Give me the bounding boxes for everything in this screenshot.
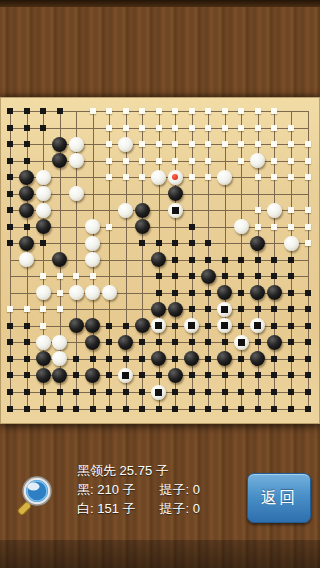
black-territory-mark (189, 389, 195, 395)
black-territory-mark (7, 323, 13, 329)
dead-white-stone[interactable] (217, 302, 232, 317)
black-territory-mark (288, 339, 294, 345)
black-territory-mark (238, 356, 244, 362)
white-territory-mark (189, 174, 195, 180)
black-territory-mark (24, 141, 30, 147)
white-stone[interactable] (69, 186, 84, 201)
black-territory-mark (222, 406, 228, 412)
black-territory-mark (238, 372, 244, 378)
black-stone[interactable] (19, 203, 34, 218)
black-territory-mark (305, 372, 311, 378)
black-stone[interactable] (19, 236, 34, 251)
white-score: 白: 151 子 (77, 501, 136, 516)
black-territory-mark (305, 406, 311, 412)
black-territory-mark (139, 389, 145, 395)
dead-stone-marker (221, 306, 228, 313)
black-territory-mark (189, 290, 195, 296)
black-territory-mark (106, 406, 112, 412)
black-territory-mark (156, 406, 162, 412)
dead-white-stone[interactable] (151, 385, 166, 400)
dead-white-stone[interactable] (234, 335, 249, 350)
white-territory-mark (172, 125, 178, 131)
black-stone[interactable] (151, 351, 166, 366)
black-territory-mark (222, 257, 228, 263)
black-territory-mark (7, 406, 13, 412)
dead-white-stone[interactable] (184, 318, 199, 333)
white-captures: 提子: 0 (160, 499, 200, 518)
black-territory-mark (205, 339, 211, 345)
white-stone[interactable] (85, 252, 100, 267)
black-territory-mark (189, 224, 195, 230)
white-territory-mark (106, 224, 112, 230)
black-stone[interactable] (217, 351, 232, 366)
white-territory-mark (57, 290, 63, 296)
white-stone[interactable] (85, 236, 100, 251)
black-stone[interactable] (135, 219, 150, 234)
black-territory-mark (288, 406, 294, 412)
white-territory-mark (40, 273, 46, 279)
black-territory-mark (205, 290, 211, 296)
white-territory-mark (305, 240, 311, 246)
white-stone[interactable] (118, 137, 133, 152)
black-territory-mark (139, 406, 145, 412)
black-territory-mark (156, 240, 162, 246)
dead-stone-marker (238, 339, 245, 346)
white-territory-mark (205, 141, 211, 147)
black-territory-mark (288, 323, 294, 329)
white-territory-mark (288, 207, 294, 213)
black-territory-mark (106, 356, 112, 362)
black-territory-mark (205, 257, 211, 263)
white-territory-mark (172, 158, 178, 164)
white-stone[interactable] (36, 186, 51, 201)
black-stone[interactable] (135, 318, 150, 333)
black-territory-mark (222, 273, 228, 279)
white-stone[interactable] (69, 137, 84, 152)
black-territory-mark (205, 389, 211, 395)
last-move-marker (172, 174, 178, 180)
black-stone[interactable] (267, 285, 282, 300)
black-territory-mark (305, 356, 311, 362)
black-territory-mark (7, 207, 13, 213)
black-territory-mark (40, 406, 46, 412)
black-territory-mark (255, 339, 261, 345)
black-territory-mark (205, 323, 211, 329)
black-stone[interactable] (19, 186, 34, 201)
black-territory-mark (24, 372, 30, 378)
black-stone[interactable] (85, 368, 100, 383)
black-territory-mark (288, 290, 294, 296)
black-territory-mark (40, 108, 46, 114)
white-territory-mark (57, 273, 63, 279)
black-stone[interactable] (267, 335, 282, 350)
white-territory-mark (271, 125, 277, 131)
black-territory-mark (24, 406, 30, 412)
black-territory-mark (271, 257, 277, 263)
white-stone[interactable] (168, 170, 183, 185)
black-territory-mark (271, 389, 277, 395)
grid-line (308, 111, 309, 409)
black-territory-mark (238, 306, 244, 312)
black-territory-mark (90, 356, 96, 362)
white-territory-mark (156, 108, 162, 114)
black-territory-mark (24, 323, 30, 329)
white-territory-mark (73, 273, 79, 279)
score-summary: 黑领先 25.75 子 黑: 210 子提子: 0 白: 151 子提子: 0 (77, 461, 200, 518)
dead-stone-marker (172, 207, 179, 214)
black-territory-mark (189, 273, 195, 279)
white-stone[interactable] (85, 285, 100, 300)
black-territory-mark (24, 389, 30, 395)
white-territory-mark (189, 108, 195, 114)
dead-white-stone[interactable] (151, 318, 166, 333)
black-stone[interactable] (151, 252, 166, 267)
black-stone[interactable] (85, 335, 100, 350)
black-territory-mark (73, 372, 79, 378)
black-territory-mark (205, 372, 211, 378)
black-territory-mark (255, 372, 261, 378)
black-territory-mark (106, 372, 112, 378)
white-territory-mark (238, 108, 244, 114)
black-territory-mark (40, 240, 46, 246)
white-territory-mark (305, 158, 311, 164)
back-button[interactable]: 返回 (247, 473, 311, 523)
black-territory-mark (205, 240, 211, 246)
black-territory-mark (271, 273, 277, 279)
black-territory-mark (288, 257, 294, 263)
black-territory-mark (73, 406, 79, 412)
white-territory-mark (106, 174, 112, 180)
black-territory-mark (73, 356, 79, 362)
white-territory-mark (123, 125, 129, 131)
black-territory-mark (172, 389, 178, 395)
magnifier-icon (14, 472, 54, 520)
black-territory-mark (24, 224, 30, 230)
black-territory-mark (106, 323, 112, 329)
black-stone[interactable] (36, 351, 51, 366)
black-territory-mark (7, 240, 13, 246)
white-territory-mark (106, 108, 112, 114)
black-territory-mark (7, 339, 13, 345)
white-stone[interactable] (217, 170, 232, 185)
white-stone[interactable] (102, 285, 117, 300)
black-territory-mark (7, 191, 13, 197)
dead-stone-marker (155, 389, 162, 396)
dead-white-stone[interactable] (168, 203, 183, 218)
dead-stone-marker (188, 322, 195, 329)
white-territory-mark (189, 125, 195, 131)
black-territory-mark (271, 372, 277, 378)
black-territory-mark (90, 406, 96, 412)
white-stone[interactable] (36, 203, 51, 218)
black-territory-mark (255, 389, 261, 395)
white-territory-mark (24, 306, 30, 312)
white-territory-mark (106, 158, 112, 164)
white-territory-mark (288, 125, 294, 131)
white-territory-mark (288, 141, 294, 147)
white-territory-mark (305, 224, 311, 230)
dead-stone-marker (221, 322, 228, 329)
white-territory-mark (271, 174, 277, 180)
black-territory-mark (172, 323, 178, 329)
white-territory-mark (205, 174, 211, 180)
white-territory-mark (90, 273, 96, 279)
white-stone[interactable] (19, 252, 34, 267)
black-territory-mark (139, 372, 145, 378)
black-territory-mark (7, 158, 13, 164)
black-stone[interactable] (250, 351, 265, 366)
white-territory-mark (205, 108, 211, 114)
black-territory-mark (156, 273, 162, 279)
white-territory-mark (255, 174, 261, 180)
white-stone[interactable] (52, 335, 67, 350)
black-territory-mark (271, 323, 277, 329)
black-territory-mark (205, 356, 211, 362)
white-territory-mark (305, 141, 311, 147)
black-territory-mark (305, 323, 311, 329)
black-territory-mark (7, 356, 13, 362)
dead-white-stone[interactable] (250, 318, 265, 333)
black-stone[interactable] (201, 269, 216, 284)
white-territory-mark (123, 158, 129, 164)
black-territory-mark (7, 174, 13, 180)
white-territory-mark (238, 158, 244, 164)
dead-stone-marker (122, 372, 129, 379)
white-territory-mark (172, 108, 178, 114)
white-territory-mark (40, 323, 46, 329)
black-territory-mark (7, 372, 13, 378)
black-territory-mark (7, 389, 13, 395)
black-stone[interactable] (52, 252, 67, 267)
black-territory-mark (123, 406, 129, 412)
black-stone[interactable] (19, 170, 34, 185)
black-stone[interactable] (118, 335, 133, 350)
lead-text: 黑领先 25.75 子 (77, 461, 200, 480)
black-territory-mark (189, 372, 195, 378)
white-territory-mark (139, 141, 145, 147)
white-territory-mark (156, 158, 162, 164)
white-territory-mark (238, 141, 244, 147)
white-stone[interactable] (36, 285, 51, 300)
white-territory-mark (90, 108, 96, 114)
black-territory-mark (172, 257, 178, 263)
white-territory-mark (288, 174, 294, 180)
white-territory-mark (238, 125, 244, 131)
white-stone[interactable] (69, 285, 84, 300)
white-territory-mark (255, 224, 261, 230)
black-territory-mark (7, 125, 13, 131)
black-territory-mark (238, 323, 244, 329)
black-stone[interactable] (184, 351, 199, 366)
screen-bottom-edge (0, 540, 320, 568)
black-territory-mark (255, 257, 261, 263)
black-territory-mark (57, 406, 63, 412)
black-territory-mark (40, 389, 46, 395)
white-territory-mark (156, 125, 162, 131)
black-territory-mark (7, 141, 13, 147)
white-territory-mark (139, 174, 145, 180)
black-territory-mark (90, 389, 96, 395)
white-territory-mark (305, 174, 311, 180)
black-territory-mark (57, 389, 63, 395)
black-stone[interactable] (151, 302, 166, 317)
black-territory-mark (24, 108, 30, 114)
dead-white-stone[interactable] (118, 368, 133, 383)
black-territory-mark (238, 389, 244, 395)
white-territory-mark (288, 224, 294, 230)
black-territory-mark (189, 406, 195, 412)
black-captures: 提子: 0 (160, 480, 200, 499)
black-stone[interactable] (52, 368, 67, 383)
black-score: 黑: 210 子 (77, 482, 136, 497)
black-territory-mark (106, 389, 112, 395)
black-territory-mark (156, 372, 162, 378)
black-territory-mark (255, 406, 261, 412)
black-territory-mark (139, 339, 145, 345)
black-territory-mark (238, 406, 244, 412)
black-territory-mark (106, 339, 112, 345)
black-territory-mark (40, 125, 46, 131)
black-territory-mark (288, 273, 294, 279)
white-territory-mark (255, 141, 261, 147)
white-territory-mark (123, 174, 129, 180)
white-territory-mark (222, 125, 228, 131)
black-stone[interactable] (135, 203, 150, 218)
black-territory-mark (139, 356, 145, 362)
black-stone[interactable] (52, 137, 67, 152)
go-board[interactable] (0, 97, 320, 424)
black-territory-mark (238, 290, 244, 296)
screen-top-edge (0, 0, 320, 7)
white-territory-mark (222, 108, 228, 114)
black-territory-mark (123, 389, 129, 395)
black-territory-mark (172, 273, 178, 279)
black-territory-mark (305, 306, 311, 312)
black-territory-mark (156, 290, 162, 296)
white-stone[interactable] (250, 153, 265, 168)
white-stone[interactable] (36, 335, 51, 350)
black-territory-mark (288, 356, 294, 362)
black-territory-mark (172, 339, 178, 345)
white-territory-mark (106, 125, 112, 131)
black-territory-mark (156, 339, 162, 345)
white-territory-mark (123, 108, 129, 114)
black-territory-mark (172, 406, 178, 412)
black-territory-mark (123, 356, 129, 362)
black-territory-mark (172, 356, 178, 362)
black-territory-mark (271, 356, 277, 362)
white-stone[interactable] (234, 219, 249, 234)
dead-stone-marker (254, 322, 261, 329)
black-stone[interactable] (69, 318, 84, 333)
black-territory-mark (255, 273, 261, 279)
black-territory-mark (73, 389, 79, 395)
white-territory-mark (139, 108, 145, 114)
white-stone[interactable] (284, 236, 299, 251)
black-territory-mark (288, 372, 294, 378)
black-territory-mark (189, 339, 195, 345)
black-territory-mark (7, 108, 13, 114)
black-territory-mark (139, 240, 145, 246)
white-territory-mark (255, 108, 261, 114)
black-territory-mark (189, 306, 195, 312)
black-stone[interactable] (36, 219, 51, 234)
white-stone[interactable] (36, 170, 51, 185)
black-territory-mark (288, 389, 294, 395)
white-stone[interactable] (52, 351, 67, 366)
black-territory-mark (222, 372, 228, 378)
white-territory-mark (189, 158, 195, 164)
white-territory-mark (172, 141, 178, 147)
white-territory-mark (271, 158, 277, 164)
black-territory-mark (189, 240, 195, 246)
white-territory-mark (139, 158, 145, 164)
black-territory-mark (222, 339, 228, 345)
white-territory-mark (205, 158, 211, 164)
white-territory-mark (156, 141, 162, 147)
black-stone[interactable] (168, 186, 183, 201)
white-stone[interactable] (69, 153, 84, 168)
white-territory-mark (271, 108, 277, 114)
white-territory-mark (271, 224, 277, 230)
black-territory-mark (305, 290, 311, 296)
black-territory-mark (189, 257, 195, 263)
white-territory-mark (7, 306, 13, 312)
white-stone[interactable] (267, 203, 282, 218)
black-territory-mark (172, 290, 178, 296)
white-territory-mark (139, 125, 145, 131)
white-territory-mark (271, 141, 277, 147)
black-territory-mark (288, 306, 294, 312)
black-stone[interactable] (217, 285, 232, 300)
black-territory-mark (271, 406, 277, 412)
white-territory-mark (40, 306, 46, 312)
black-territory-mark (7, 224, 13, 230)
dead-white-stone[interactable] (217, 318, 232, 333)
white-territory-mark (288, 158, 294, 164)
black-territory-mark (172, 240, 178, 246)
black-territory-mark (205, 406, 211, 412)
white-territory-mark (255, 207, 261, 213)
black-territory-mark (24, 158, 30, 164)
black-stone[interactable] (250, 236, 265, 251)
white-territory-mark (222, 141, 228, 147)
black-territory-mark (123, 323, 129, 329)
black-stone[interactable] (52, 153, 67, 168)
black-territory-mark (222, 389, 228, 395)
white-territory-mark (305, 207, 311, 213)
black-stone[interactable] (250, 285, 265, 300)
white-stone[interactable] (118, 203, 133, 218)
black-stone[interactable] (85, 318, 100, 333)
dead-stone-marker (155, 322, 162, 329)
white-territory-mark (189, 141, 195, 147)
black-stone[interactable] (168, 302, 183, 317)
black-territory-mark (255, 306, 261, 312)
black-territory-mark (24, 339, 30, 345)
black-stone[interactable] (36, 368, 51, 383)
black-stone[interactable] (168, 368, 183, 383)
black-territory-mark (57, 108, 63, 114)
black-territory-mark (271, 306, 277, 312)
black-territory-mark (205, 306, 211, 312)
black-territory-mark (305, 339, 311, 345)
white-stone[interactable] (151, 170, 166, 185)
white-territory-mark (57, 306, 63, 312)
black-territory-mark (238, 257, 244, 263)
white-stone[interactable] (85, 219, 100, 234)
black-territory-mark (305, 389, 311, 395)
